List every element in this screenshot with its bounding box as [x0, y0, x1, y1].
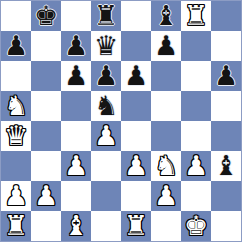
square-g7[interactable] [181, 31, 211, 61]
white-rook-icon[interactable]: ♜ [4, 211, 28, 241]
square-f7[interactable]: ♟ [151, 31, 181, 61]
black-pawn-icon[interactable]: ♟ [64, 31, 88, 61]
square-f3[interactable]: ♞ [151, 151, 181, 181]
square-a2[interactable]: ♟ [1, 181, 31, 211]
black-pawn-icon[interactable]: ♟ [64, 61, 88, 91]
square-g6[interactable] [181, 61, 211, 91]
square-a5[interactable]: ♞ [1, 91, 31, 121]
square-e5[interactable] [121, 91, 151, 121]
black-pawn-icon[interactable]: ♟ [124, 61, 148, 91]
white-pawn-icon[interactable]: ♟ [94, 121, 118, 151]
square-f6[interactable] [151, 61, 181, 91]
black-pawn-icon[interactable]: ♟ [94, 61, 118, 91]
square-h2[interactable] [211, 181, 241, 211]
white-pawn-icon[interactable]: ♟ [4, 181, 28, 211]
square-b7[interactable] [31, 31, 61, 61]
black-pawn-icon[interactable]: ♟ [214, 61, 238, 91]
square-h7[interactable] [211, 31, 241, 61]
square-g4[interactable] [181, 121, 211, 151]
square-e4[interactable] [121, 121, 151, 151]
black-queen-icon[interactable]: ♛ [94, 31, 118, 61]
square-b5[interactable] [31, 91, 61, 121]
square-c5[interactable] [61, 91, 91, 121]
white-rook-icon[interactable]: ♜ [124, 211, 148, 241]
square-a3[interactable] [1, 151, 31, 181]
square-c6[interactable]: ♟ [61, 61, 91, 91]
square-f5[interactable] [151, 91, 181, 121]
black-bishop-icon[interactable]: ♝ [154, 1, 178, 31]
white-knight-icon[interactable]: ♞ [4, 91, 28, 121]
square-f1[interactable] [151, 211, 181, 241]
square-d4[interactable]: ♟ [91, 121, 121, 151]
white-pawn-icon[interactable]: ♟ [34, 181, 58, 211]
black-pawn-icon[interactable]: ♟ [4, 31, 28, 61]
white-pawn-icon[interactable]: ♟ [154, 181, 178, 211]
square-h5[interactable] [211, 91, 241, 121]
square-b4[interactable] [31, 121, 61, 151]
square-b3[interactable] [31, 151, 61, 181]
square-e7[interactable] [121, 31, 151, 61]
black-king-icon[interactable]: ♚ [34, 1, 58, 31]
square-g8[interactable]: ♜ [181, 1, 211, 31]
square-b6[interactable] [31, 61, 61, 91]
black-knight-icon[interactable]: ♞ [94, 91, 118, 121]
square-a4[interactable]: ♛ [1, 121, 31, 151]
square-d7[interactable]: ♛ [91, 31, 121, 61]
white-bishop-icon[interactable]: ♝ [64, 211, 88, 241]
square-c3[interactable]: ♟ [61, 151, 91, 181]
white-rook-icon[interactable]: ♜ [184, 1, 208, 31]
white-knight-icon[interactable]: ♞ [154, 151, 178, 181]
black-pawn-icon[interactable]: ♟ [154, 31, 178, 61]
square-g3[interactable]: ♟ [181, 151, 211, 181]
square-c2[interactable] [61, 181, 91, 211]
square-f4[interactable] [151, 121, 181, 151]
square-h3[interactable]: ♝ [211, 151, 241, 181]
square-a6[interactable] [1, 61, 31, 91]
black-rook-icon[interactable]: ♜ [94, 1, 118, 31]
square-b2[interactable]: ♟ [31, 181, 61, 211]
square-h6[interactable]: ♟ [211, 61, 241, 91]
square-b1[interactable] [31, 211, 61, 241]
chess-board: ♚♜♝♜♟♟♛♟♟♟♟♟♞♞♛♟♟♟♞♟♝♟♟♟♜♝♜♚ [0, 0, 242, 242]
square-f2[interactable]: ♟ [151, 181, 181, 211]
white-king-icon[interactable]: ♚ [184, 211, 208, 241]
square-d5[interactable]: ♞ [91, 91, 121, 121]
square-g1[interactable]: ♚ [181, 211, 211, 241]
square-c4[interactable] [61, 121, 91, 151]
square-e3[interactable]: ♟ [121, 151, 151, 181]
square-a8[interactable] [1, 1, 31, 31]
square-f8[interactable]: ♝ [151, 1, 181, 31]
square-h1[interactable] [211, 211, 241, 241]
square-g2[interactable] [181, 181, 211, 211]
square-e1[interactable]: ♜ [121, 211, 151, 241]
square-c1[interactable]: ♝ [61, 211, 91, 241]
square-d6[interactable]: ♟ [91, 61, 121, 91]
square-e6[interactable]: ♟ [121, 61, 151, 91]
square-d8[interactable]: ♜ [91, 1, 121, 31]
square-b8[interactable]: ♚ [31, 1, 61, 31]
white-pawn-icon[interactable]: ♟ [64, 151, 88, 181]
square-h4[interactable] [211, 121, 241, 151]
black-bishop-icon[interactable]: ♝ [214, 151, 238, 181]
white-pawn-icon[interactable]: ♟ [124, 151, 148, 181]
square-e2[interactable] [121, 181, 151, 211]
white-queen-icon[interactable]: ♛ [4, 121, 28, 151]
square-c7[interactable]: ♟ [61, 31, 91, 61]
square-a7[interactable]: ♟ [1, 31, 31, 61]
square-a1[interactable]: ♜ [1, 211, 31, 241]
white-pawn-icon[interactable]: ♟ [184, 151, 208, 181]
square-d3[interactable] [91, 151, 121, 181]
square-d2[interactable] [91, 181, 121, 211]
square-c8[interactable] [61, 1, 91, 31]
square-g5[interactable] [181, 91, 211, 121]
square-d1[interactable] [91, 211, 121, 241]
square-e8[interactable] [121, 1, 151, 31]
square-h8[interactable] [211, 1, 241, 31]
